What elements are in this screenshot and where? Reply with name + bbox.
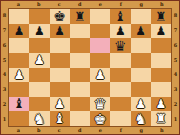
square-a1[interactable] <box>9 111 29 126</box>
piece-white-pawn[interactable]: ♟ <box>54 98 65 110</box>
piece-white-rook[interactable]: ♜ <box>155 112 167 125</box>
square-a4[interactable]: ♟ <box>9 68 29 83</box>
file-label-bottom-e: e <box>90 127 111 134</box>
square-e8[interactable] <box>90 9 110 24</box>
square-e4[interactable]: ♟ <box>90 68 110 83</box>
square-h6[interactable] <box>151 38 171 53</box>
square-e5[interactable] <box>90 53 110 68</box>
file-label-top-a: a <box>8 1 29 8</box>
square-c4[interactable] <box>50 68 70 83</box>
square-g7[interactable]: ♟ <box>131 24 151 39</box>
square-h7[interactable]: ♟ <box>151 24 171 39</box>
square-f5[interactable] <box>110 53 130 68</box>
rank-label-left-7: 7 <box>1 23 8 38</box>
square-g1[interactable]: ♞ <box>131 111 151 126</box>
square-g3[interactable] <box>131 82 151 97</box>
square-d5[interactable] <box>70 53 90 68</box>
piece-white-pawn[interactable]: ♟ <box>155 98 166 110</box>
square-c6[interactable] <box>50 38 70 53</box>
file-label-top-b: b <box>29 1 50 8</box>
square-d3[interactable] <box>70 82 90 97</box>
square-h1[interactable]: ♜ <box>151 111 171 126</box>
piece-black-pawn[interactable]: ♟ <box>34 24 45 36</box>
square-f1[interactable] <box>110 111 130 126</box>
square-c5[interactable] <box>50 53 70 68</box>
chess-board-frame: ♚♜♝♜♟♟♟♟♟♟♛♟♟♟♝♟♛♟♟♞♝♚♞♜ aabbccddeeffggh… <box>0 0 180 135</box>
piece-black-bishop[interactable]: ♝ <box>13 97 25 111</box>
square-c1[interactable]: ♝ <box>50 111 70 126</box>
square-b7[interactable]: ♟ <box>29 24 49 39</box>
square-b5[interactable]: ♟ <box>29 53 49 68</box>
file-label-bottom-a: a <box>8 127 29 134</box>
square-c2[interactable]: ♟ <box>50 97 70 112</box>
piece-white-queen[interactable]: ♛ <box>94 97 107 111</box>
file-label-top-g: g <box>131 1 152 8</box>
square-b2[interactable] <box>29 97 49 112</box>
piece-black-pawn[interactable]: ♟ <box>155 24 166 36</box>
rank-label-left-3: 3 <box>1 82 8 97</box>
piece-white-pawn[interactable]: ♟ <box>135 98 146 110</box>
rank-label-left-2: 2 <box>1 97 8 112</box>
piece-white-knight[interactable]: ♞ <box>134 111 147 125</box>
square-e1[interactable]: ♚ <box>90 111 110 126</box>
file-label-bottom-h: h <box>152 127 173 134</box>
square-f6[interactable]: ♛ <box>110 38 130 53</box>
rank-label-left-6: 6 <box>1 38 8 53</box>
chess-board: ♚♜♝♜♟♟♟♟♟♟♛♟♟♟♝♟♛♟♟♞♝♚♞♜ <box>8 8 172 127</box>
piece-white-king[interactable]: ♚ <box>94 111 107 125</box>
square-d7[interactable] <box>70 24 90 39</box>
square-e6[interactable] <box>90 38 110 53</box>
file-label-top-h: h <box>152 1 173 8</box>
file-label-top-e: e <box>90 1 111 8</box>
square-d6[interactable] <box>70 38 90 53</box>
rank-label-right-2: 2 <box>172 97 179 112</box>
file-label-bottom-g: g <box>131 127 152 134</box>
square-c7[interactable]: ♟ <box>50 24 70 39</box>
piece-black-pawn[interactable]: ♟ <box>115 24 126 36</box>
file-label-bottom-f: f <box>111 127 132 134</box>
square-f8[interactable]: ♝ <box>110 9 130 24</box>
square-a3[interactable] <box>9 82 29 97</box>
rank-label-right-6: 6 <box>172 38 179 53</box>
square-h5[interactable] <box>151 53 171 68</box>
piece-white-knight[interactable]: ♞ <box>33 111 46 125</box>
square-g5[interactable] <box>131 53 151 68</box>
rank-label-left-8: 8 <box>1 8 8 23</box>
square-b6[interactable] <box>29 38 49 53</box>
piece-white-pawn[interactable]: ♟ <box>34 54 45 66</box>
rank-label-right-4: 4 <box>172 68 179 83</box>
piece-white-bishop[interactable]: ♝ <box>54 111 66 125</box>
file-label-top-d: d <box>70 1 91 8</box>
rank-label-right-7: 7 <box>172 23 179 38</box>
square-b1[interactable]: ♞ <box>29 111 49 126</box>
square-c8[interactable]: ♚ <box>50 9 70 24</box>
file-label-bottom-b: b <box>29 127 50 134</box>
square-g8[interactable] <box>131 9 151 24</box>
piece-black-pawn[interactable]: ♟ <box>135 24 146 36</box>
rank-label-left-4: 4 <box>1 68 8 83</box>
square-a5[interactable] <box>9 53 29 68</box>
square-e2[interactable]: ♛ <box>90 97 110 112</box>
square-a7[interactable]: ♟ <box>9 24 29 39</box>
rank-label-left-5: 5 <box>1 53 8 68</box>
square-f7[interactable]: ♟ <box>110 24 130 39</box>
square-d4[interactable] <box>70 68 90 83</box>
file-label-bottom-d: d <box>70 127 91 134</box>
file-label-bottom-c: c <box>49 127 70 134</box>
rank-label-right-3: 3 <box>172 82 179 97</box>
square-a2[interactable]: ♝ <box>9 97 29 112</box>
piece-white-pawn[interactable]: ♟ <box>95 68 106 80</box>
file-label-top-f: f <box>111 1 132 8</box>
square-d2[interactable] <box>70 97 90 112</box>
square-b8[interactable] <box>29 9 49 24</box>
square-e7[interactable] <box>90 24 110 39</box>
piece-black-pawn[interactable]: ♟ <box>54 24 65 36</box>
square-b3[interactable] <box>29 82 49 97</box>
file-label-top-c: c <box>49 1 70 8</box>
square-h4[interactable] <box>151 68 171 83</box>
piece-black-queen[interactable]: ♛ <box>114 38 127 52</box>
square-g2[interactable]: ♟ <box>131 97 151 112</box>
piece-black-rook[interactable]: ♜ <box>74 9 86 22</box>
rank-label-left-1: 1 <box>1 112 8 127</box>
square-c3[interactable] <box>50 82 70 97</box>
square-f4[interactable] <box>110 68 130 83</box>
square-a6[interactable] <box>9 38 29 53</box>
rank-label-right-8: 8 <box>172 8 179 23</box>
piece-black-king[interactable]: ♚ <box>53 9 66 23</box>
square-f2[interactable] <box>110 97 130 112</box>
rank-label-right-5: 5 <box>172 53 179 68</box>
piece-black-rook[interactable]: ♜ <box>155 9 167 22</box>
square-h2[interactable]: ♟ <box>151 97 171 112</box>
square-h3[interactable] <box>151 82 171 97</box>
square-d8[interactable]: ♜ <box>70 9 90 24</box>
rank-label-right-1: 1 <box>172 112 179 127</box>
square-g6[interactable] <box>131 38 151 53</box>
piece-black-bishop[interactable]: ♝ <box>114 9 126 23</box>
square-h8[interactable]: ♜ <box>151 9 171 24</box>
square-b4[interactable] <box>29 68 49 83</box>
square-e3[interactable] <box>90 82 110 97</box>
square-d1[interactable] <box>70 111 90 126</box>
square-a8[interactable] <box>9 9 29 24</box>
piece-black-pawn[interactable]: ♟ <box>14 24 25 36</box>
square-g4[interactable] <box>131 68 151 83</box>
square-f3[interactable] <box>110 82 130 97</box>
piece-white-pawn[interactable]: ♟ <box>14 68 25 80</box>
